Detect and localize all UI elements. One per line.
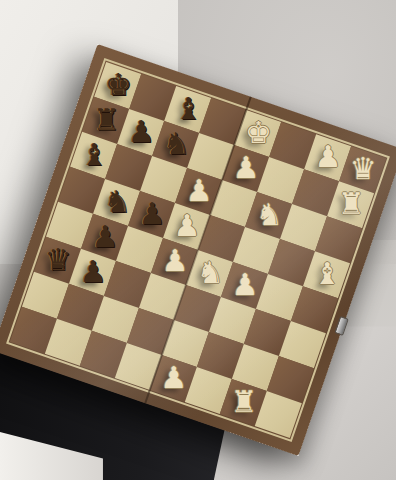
white-pawn[interactable]: ♟	[231, 269, 258, 299]
black-pawn[interactable]: ♟	[91, 221, 118, 251]
white-pawn[interactable]: ♟	[315, 142, 342, 172]
white-rook[interactable]: ♜	[337, 189, 364, 219]
black-knight[interactable]: ♞	[163, 128, 190, 158]
black-king[interactable]: ♚	[105, 69, 132, 99]
black-pawn[interactable]: ♟	[79, 256, 106, 286]
black-rook[interactable]: ♜	[93, 104, 120, 134]
black-bishop[interactable]: ♝	[81, 139, 108, 169]
black-bishop[interactable]: ♝	[175, 93, 202, 123]
black-knight[interactable]: ♞	[104, 186, 131, 216]
white-queen[interactable]: ♛	[350, 154, 377, 184]
black-pawn[interactable]: ♟	[138, 198, 165, 228]
white-pawn[interactable]: ♟	[186, 175, 213, 205]
white-pawn[interactable]: ♟	[173, 210, 200, 240]
white-knight[interactable]: ♞	[196, 257, 223, 287]
black-pawn[interactable]: ♟	[128, 116, 155, 146]
white-pawn[interactable]: ♟	[160, 362, 187, 392]
black-queen[interactable]: ♛	[44, 244, 71, 274]
white-rook[interactable]: ♜	[230, 386, 257, 416]
white-king[interactable]: ♚	[245, 117, 272, 147]
white-pawn[interactable]: ♟	[233, 152, 260, 182]
photo-scene: ♚♝♚♟♛♜♟♞♟♜♝♟♞♞♟♟♝♟♟♞♟♛♟♟♜	[0, 0, 396, 480]
white-pawn[interactable]: ♟	[161, 245, 188, 275]
white-bishop[interactable]: ♝	[313, 259, 340, 289]
white-knight[interactable]: ♞	[255, 199, 282, 229]
